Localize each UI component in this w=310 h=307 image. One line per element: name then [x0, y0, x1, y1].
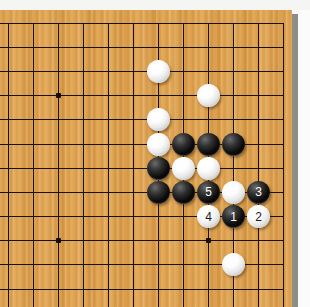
board-point[interactable] [71, 229, 96, 253]
board-point[interactable] [96, 205, 121, 229]
board-point[interactable] [271, 84, 292, 108]
board-point[interactable] [0, 301, 21, 307]
board-point[interactable] [271, 108, 292, 132]
board-point[interactable] [96, 84, 121, 108]
black-stone: 5 [197, 181, 220, 204]
star-point [56, 238, 61, 243]
board-point[interactable] [196, 35, 221, 59]
board-point[interactable] [46, 108, 71, 132]
board-point[interactable] [196, 11, 221, 35]
board-point[interactable] [21, 132, 46, 156]
star-point [56, 93, 61, 98]
board-point[interactable] [21, 59, 46, 83]
board-point[interactable] [21, 301, 46, 307]
board-point[interactable] [121, 253, 146, 277]
board-point[interactable] [121, 277, 146, 301]
board-point[interactable] [21, 84, 46, 108]
board-point[interactable] [221, 180, 246, 204]
board-point[interactable] [221, 59, 246, 83]
board-point[interactable] [271, 59, 292, 83]
board-point[interactable] [146, 156, 171, 180]
board-point[interactable] [171, 108, 196, 132]
board-point[interactable] [46, 11, 71, 35]
board-point[interactable] [46, 59, 71, 83]
board-point[interactable] [171, 229, 196, 253]
black-stone [147, 157, 170, 180]
board-point[interactable] [96, 108, 121, 132]
board-point[interactable] [246, 108, 271, 132]
board-point[interactable] [21, 108, 46, 132]
board-point[interactable] [71, 11, 96, 35]
board-point[interactable] [246, 156, 271, 180]
screenshot: 53412 [0, 0, 310, 307]
board-point[interactable] [246, 253, 271, 277]
board-point[interactable] [46, 253, 71, 277]
board-point[interactable] [71, 205, 96, 229]
board-point[interactable] [21, 35, 46, 59]
board-point[interactable] [171, 59, 196, 83]
white-stone: 4 [197, 205, 220, 228]
white-stone [147, 108, 170, 131]
board-point[interactable] [71, 253, 96, 277]
board-point[interactable] [96, 132, 121, 156]
board-point[interactable] [271, 35, 292, 59]
board-point[interactable] [71, 84, 96, 108]
board-point[interactable] [121, 11, 146, 35]
board-point[interactable] [96, 301, 121, 307]
board-point[interactable] [171, 253, 196, 277]
board-point[interactable] [171, 35, 196, 59]
board-point[interactable] [0, 229, 21, 253]
board-point[interactable] [96, 180, 121, 204]
board-point[interactable] [171, 301, 196, 307]
board-point[interactable] [96, 11, 121, 35]
black-stone: 3 [247, 181, 270, 204]
board-point[interactable] [246, 301, 271, 307]
white-stone [222, 181, 245, 204]
white-stone [197, 84, 220, 107]
board-point[interactable] [171, 277, 196, 301]
board-point[interactable] [146, 84, 171, 108]
board-point[interactable] [196, 108, 221, 132]
board-point[interactable] [221, 132, 246, 156]
board-point[interactable] [96, 35, 121, 59]
board-point[interactable] [146, 253, 171, 277]
board-point[interactable] [96, 277, 121, 301]
board-point[interactable] [171, 156, 196, 180]
board-point[interactable] [196, 301, 221, 307]
board-point[interactable] [46, 301, 71, 307]
board-point[interactable] [196, 84, 221, 108]
board-point[interactable] [0, 59, 21, 83]
board-point[interactable] [121, 35, 146, 59]
board-point[interactable] [221, 301, 246, 307]
board-point[interactable] [0, 156, 21, 180]
board-point[interactable]: 2 [246, 205, 271, 229]
board-point[interactable] [0, 35, 21, 59]
board-point[interactable] [71, 132, 96, 156]
board-point[interactable] [0, 11, 21, 35]
title-bar [0, 0, 310, 10]
black-stone: 1 [222, 205, 245, 228]
board-point[interactable] [221, 84, 246, 108]
board-point[interactable] [196, 156, 221, 180]
board-point[interactable] [46, 84, 71, 108]
board-point[interactable] [121, 108, 146, 132]
board-point[interactable] [121, 59, 146, 83]
board-point[interactable] [271, 253, 292, 277]
board-point[interactable] [146, 277, 171, 301]
board-point[interactable] [246, 277, 271, 301]
board-point[interactable] [0, 108, 21, 132]
black-stone [197, 133, 220, 156]
board-point[interactable] [96, 59, 121, 83]
board-point[interactable] [0, 253, 21, 277]
move-number: 2 [255, 211, 262, 223]
board-point[interactable]: 4 [196, 205, 221, 229]
board-grid: 53412 [0, 11, 292, 307]
board-point[interactable] [0, 277, 21, 301]
board-point[interactable] [246, 84, 271, 108]
board-point[interactable] [121, 132, 146, 156]
board-point[interactable] [46, 35, 71, 59]
board-point[interactable] [221, 11, 246, 35]
board-point[interactable]: 1 [221, 205, 246, 229]
board-point[interactable] [121, 156, 146, 180]
white-stone [147, 133, 170, 156]
move-number: 3 [255, 186, 262, 198]
board-point[interactable] [46, 156, 71, 180]
board-point[interactable] [71, 156, 96, 180]
move-number: 1 [230, 211, 237, 223]
board-point[interactable] [21, 156, 46, 180]
board-point[interactable] [171, 180, 196, 204]
board-point[interactable] [146, 229, 171, 253]
board-point[interactable] [246, 59, 271, 83]
board-point[interactable] [146, 35, 171, 59]
board-point[interactable] [146, 11, 171, 35]
board-point[interactable] [196, 229, 221, 253]
board-point[interactable] [271, 11, 292, 35]
board-point[interactable] [0, 180, 21, 204]
board-point[interactable] [96, 156, 121, 180]
board-point[interactable] [221, 35, 246, 59]
board-point[interactable] [21, 277, 46, 301]
board-point[interactable] [221, 156, 246, 180]
board-point[interactable] [146, 132, 171, 156]
board-point[interactable] [46, 205, 71, 229]
board-point[interactable] [146, 205, 171, 229]
board-point[interactable] [21, 205, 46, 229]
white-stone [147, 60, 170, 83]
board-point[interactable] [171, 132, 196, 156]
board-point[interactable] [196, 277, 221, 301]
black-stone [172, 133, 195, 156]
white-stone: 2 [247, 205, 270, 228]
board-point[interactable] [0, 132, 21, 156]
board-point[interactable] [246, 11, 271, 35]
board-point[interactable] [246, 132, 271, 156]
board-point[interactable] [121, 180, 146, 204]
board-point[interactable] [221, 108, 246, 132]
board-point[interactable] [246, 35, 271, 59]
board-point[interactable] [146, 301, 171, 307]
board-point[interactable]: 3 [246, 180, 271, 204]
white-stone [172, 157, 195, 180]
board-point[interactable] [21, 11, 46, 35]
board-point[interactable] [0, 205, 21, 229]
board-point[interactable] [96, 253, 121, 277]
board-point[interactable] [71, 35, 96, 59]
board-point[interactable] [46, 132, 71, 156]
board-point[interactable] [271, 205, 292, 229]
board-point[interactable] [71, 108, 96, 132]
board-point[interactable] [21, 180, 46, 204]
board-point[interactable] [96, 229, 121, 253]
board-point[interactable] [271, 229, 292, 253]
board-point[interactable] [46, 229, 71, 253]
white-stone [222, 253, 245, 276]
board-point[interactable] [146, 59, 171, 83]
board-point[interactable] [0, 84, 21, 108]
star-point [206, 238, 211, 243]
black-stone [147, 181, 170, 204]
board-point[interactable] [171, 11, 196, 35]
board-point[interactable] [121, 84, 146, 108]
white-stone [197, 157, 220, 180]
board-point[interactable] [271, 132, 292, 156]
board-point[interactable] [121, 301, 146, 307]
board-point[interactable] [46, 180, 71, 204]
board-point[interactable] [121, 229, 146, 253]
board-shadow [292, 14, 298, 307]
black-stone [172, 181, 195, 204]
board-point[interactable] [196, 59, 221, 83]
board-point[interactable] [246, 229, 271, 253]
board-point[interactable] [146, 180, 171, 204]
board-point[interactable] [196, 253, 221, 277]
board-point[interactable] [171, 84, 196, 108]
board-point[interactable] [21, 253, 46, 277]
board-point[interactable] [71, 301, 96, 307]
board-point[interactable] [21, 229, 46, 253]
board-point[interactable] [271, 180, 292, 204]
board-point[interactable] [221, 253, 246, 277]
move-number: 4 [205, 211, 212, 223]
board-point[interactable]: 5 [196, 180, 221, 204]
board-point[interactable] [271, 156, 292, 180]
black-stone [222, 133, 245, 156]
board-point[interactable] [221, 229, 246, 253]
board-point[interactable] [71, 59, 96, 83]
move-number: 5 [205, 186, 212, 198]
board-point[interactable] [71, 277, 96, 301]
board-point[interactable] [196, 132, 221, 156]
board-point[interactable] [146, 108, 171, 132]
board-point[interactable] [171, 205, 196, 229]
board-point[interactable] [271, 301, 292, 307]
go-board: 53412 [0, 10, 292, 307]
board-point[interactable] [71, 180, 96, 204]
board-point[interactable] [221, 277, 246, 301]
board-point[interactable] [271, 277, 292, 301]
board-point[interactable] [121, 205, 146, 229]
board-point[interactable] [46, 277, 71, 301]
